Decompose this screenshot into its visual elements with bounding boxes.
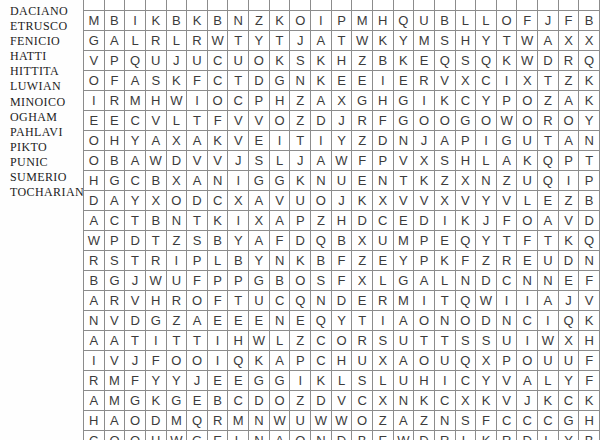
grid-cell[interactable]: K [394,51,415,71]
grid-cell[interactable]: V [208,151,229,171]
grid-cell[interactable]: K [311,51,332,71]
grid-cell[interactable]: K [146,391,167,411]
grid-cell[interactable]: D [332,291,353,311]
grid-cell[interactable]: E [332,71,353,91]
grid-cell[interactable]: B [208,11,229,31]
grid-cell[interactable]: Y [146,371,167,391]
grid-cell[interactable]: Q [559,311,580,331]
grid-cell[interactable]: S [311,271,332,291]
grid-cell[interactable]: O [435,111,456,131]
grid-cell[interactable]: P [559,151,580,171]
grid-cell[interactable]: V [270,191,291,211]
grid-cell[interactable]: E [414,51,435,71]
grid-cell[interactable]: A [105,411,126,431]
grid-cell[interactable]: B [579,431,600,440]
grid-cell[interactable]: E [208,431,229,440]
grid-cell[interactable]: E [249,131,270,151]
grid-cell[interactable]: D [84,191,105,211]
grid-cell[interactable]: K [249,351,270,371]
grid-cell[interactable]: R [414,71,435,91]
grid-cell[interactable]: J [332,111,353,131]
grid-cell[interactable]: O [311,191,332,211]
grid-cell[interactable]: D [249,391,270,411]
grid-cell[interactable]: H [332,351,353,371]
grid-cell[interactable]: Z [311,211,332,231]
grid-cell[interactable]: S [187,231,208,251]
grid-cell[interactable]: O [517,211,538,231]
grid-cell[interactable]: A [187,311,208,331]
grid-cell[interactable]: O [208,91,229,111]
grid-cell[interactable]: Y [476,231,497,251]
grid-cell[interactable]: I [538,311,559,331]
grid-cell[interactable]: O [414,111,435,131]
grid-cell[interactable]: E [228,311,249,331]
grid-cell[interactable]: T [538,131,559,151]
grid-cell[interactable]: P [228,271,249,291]
grid-cell[interactable]: N [290,71,311,91]
grid-cell[interactable]: C [497,271,518,291]
grid-cell[interactable]: M [352,11,373,31]
grid-cell[interactable]: V [559,211,580,231]
grid-cell[interactable]: F [517,11,538,31]
grid-cell[interactable]: G [249,271,270,291]
grid-cell[interactable]: Y [125,191,146,211]
grid-cell[interactable]: Z [559,191,580,211]
grid-cell[interactable]: V [84,51,105,71]
grid-cell[interactable]: N [435,311,456,331]
grid-cell[interactable]: D [476,311,497,331]
grid-cell[interactable]: S [476,331,497,351]
grid-cell[interactable]: J [167,51,188,71]
grid-cell[interactable]: K [579,311,600,331]
grid-cell[interactable]: L [435,271,456,291]
grid-cell[interactable]: K [208,211,229,231]
grid-cell[interactable]: S [456,51,477,71]
grid-cell[interactable]: P [290,211,311,231]
grid-cell[interactable]: K [476,391,497,411]
grid-cell[interactable]: I [311,11,332,31]
grid-cell[interactable]: O [84,131,105,151]
grid-cell[interactable]: N [435,411,456,431]
grid-cell[interactable]: U [290,411,311,431]
grid-cell[interactable]: A [84,331,105,351]
grid-cell[interactable]: F [352,151,373,171]
grid-cell[interactable]: K [497,51,518,71]
grid-cell[interactable]: V [394,151,415,171]
grid-cell[interactable]: P [497,351,518,371]
grid-cell[interactable]: A [125,151,146,171]
grid-cell[interactable]: M [105,391,126,411]
grid-cell[interactable]: Q [456,231,477,251]
grid-cell[interactable]: U [249,291,270,311]
grid-cell[interactable]: K [579,71,600,91]
grid-cell[interactable]: I [497,71,518,91]
grid-cell[interactable]: Q [228,351,249,371]
grid-cell[interactable]: A [497,151,518,171]
grid-cell[interactable]: F [146,351,167,371]
grid-cell[interactable]: U [517,171,538,191]
grid-cell[interactable]: T [187,211,208,231]
grid-cell[interactable]: N [456,271,477,291]
grid-cell[interactable]: J [187,371,208,391]
grid-cell[interactable]: Q [105,431,126,440]
grid-cell[interactable]: V [497,391,518,411]
grid-cell[interactable]: C [84,431,105,440]
grid-cell[interactable]: B [435,11,456,31]
grid-cell[interactable]: E [394,71,415,91]
grid-cell[interactable]: K [208,131,229,151]
grid-cell[interactable]: A [414,271,435,291]
grid-cell[interactable]: J [125,351,146,371]
grid-cell[interactable]: V [187,151,208,171]
grid-cell[interactable]: L [373,271,394,291]
grid-cell[interactable]: G [249,371,270,391]
grid-cell[interactable]: V [249,111,270,131]
grid-cell[interactable]: H [579,411,600,431]
grid-cell[interactable]: O [270,111,291,131]
grid-cell[interactable]: P [414,251,435,271]
grid-cell[interactable]: U [538,251,559,271]
grid-cell[interactable]: U [146,51,167,71]
grid-cell[interactable]: E [394,211,415,231]
grid-cell[interactable]: F [373,111,394,131]
grid-cell[interactable]: K [476,431,497,440]
grid-cell[interactable] [579,0,600,11]
grid-cell[interactable]: G [167,391,188,411]
grid-cell[interactable]: Z [290,91,311,111]
grid-cell[interactable]: N [270,311,291,331]
grid-cell[interactable]: U [332,171,353,191]
grid-cell[interactable]: T [125,251,146,271]
grid-cell[interactable]: K [435,251,456,271]
grid-cell[interactable]: Z [290,111,311,131]
grid-cell[interactable]: V [228,131,249,151]
grid-cell[interactable]: O [167,191,188,211]
grid-cell[interactable]: I [228,171,249,191]
grid-cell[interactable]: N [538,271,559,291]
grid-cell[interactable]: U [167,271,188,291]
grid-cell[interactable]: K [456,211,477,231]
grid-cell[interactable]: N [167,211,188,231]
grid-cell[interactable]: M [394,291,415,311]
grid-cell[interactable]: Y [394,251,415,271]
grid-cell[interactable]: T [146,231,167,251]
grid-cell[interactable]: I [373,311,394,331]
grid-cell[interactable]: C [435,391,456,411]
grid-cell[interactable]: L [167,31,188,51]
grid-cell[interactable]: Y [476,31,497,51]
grid-cell[interactable]: O [414,351,435,371]
grid-cell[interactable]: D [476,271,497,291]
grid-cell[interactable]: I [270,131,291,151]
grid-cell[interactable]: P [208,271,229,291]
grid-cell[interactable]: G [105,271,126,291]
grid-cell[interactable]: I [167,251,188,271]
grid-cell[interactable]: F [456,251,477,271]
grid-cell[interactable]: L [456,11,477,31]
grid-cell[interactable]: I [208,351,229,371]
grid-cell[interactable]: I [228,211,249,231]
grid-cell[interactable]: Z [167,311,188,331]
grid-cell[interactable]: N [517,271,538,291]
grid-cell[interactable]: T [538,231,559,251]
grid-cell[interactable]: O [290,271,311,291]
grid-cell[interactable]: H [373,11,394,31]
grid-cell[interactable] [105,0,126,11]
grid-cell[interactable]: Q [290,291,311,311]
grid-cell[interactable]: G [249,171,270,191]
grid-cell[interactable]: C [456,91,477,111]
grid-cell[interactable]: A [394,351,415,371]
grid-cell[interactable]: Q [579,231,600,251]
grid-cell[interactable]: D [249,71,270,91]
grid-cell[interactable]: S [373,331,394,351]
grid-cell[interactable]: P [456,131,477,151]
grid-cell[interactable]: Y [332,311,353,331]
grid-cell[interactable]: X [456,71,477,91]
grid-cell[interactable]: W [167,91,188,111]
grid-cell[interactable]: Y [332,131,353,151]
grid-cell[interactable]: S [456,411,477,431]
grid-cell[interactable] [373,0,394,11]
grid-cell[interactable]: E [373,251,394,271]
grid-cell[interactable]: F [208,111,229,131]
grid-cell[interactable] [290,0,311,11]
grid-cell[interactable]: E [352,71,373,91]
grid-cell[interactable]: C [373,211,394,231]
grid-cell[interactable]: W [84,231,105,251]
grid-cell[interactable]: W [270,411,291,431]
grid-cell[interactable]: D [517,431,538,440]
grid-cell[interactable]: S [105,251,126,271]
grid-cell[interactable]: I [476,131,497,151]
grid-cell[interactable]: D [187,191,208,211]
grid-cell[interactable]: K [414,391,435,411]
grid-cell[interactable] [414,0,435,11]
grid-cell[interactable]: A [538,31,559,51]
grid-cell[interactable]: K [352,191,373,211]
grid-cell[interactable]: I [517,291,538,311]
grid-cell[interactable]: O [352,411,373,431]
grid-cell[interactable]: O [517,351,538,371]
grid-cell[interactable]: B [579,191,600,211]
grid-cell[interactable]: W [517,51,538,71]
grid-cell[interactable]: K [517,151,538,171]
grid-cell[interactable]: C [476,71,497,91]
grid-cell[interactable]: A [435,131,456,151]
grid-cell[interactable]: B [332,231,353,251]
grid-cell[interactable]: Z [414,411,435,431]
grid-cell[interactable]: B [146,211,167,231]
grid-cell[interactable]: O [517,111,538,131]
grid-cell[interactable]: U [290,191,311,211]
grid-cell[interactable]: M [394,231,415,251]
grid-cell[interactable]: I [414,291,435,311]
grid-cell[interactable]: H [84,411,105,431]
grid-cell[interactable]: Q [187,411,208,431]
grid-cell[interactable]: S [290,51,311,71]
grid-cell[interactable] [208,0,229,11]
grid-cell[interactable] [517,0,538,11]
grid-cell[interactable]: Z [352,51,373,71]
grid-cell[interactable]: Z [373,411,394,431]
grid-cell[interactable]: K [373,31,394,51]
grid-cell[interactable]: F [497,211,518,231]
grid-cell[interactable]: F [105,71,126,91]
grid-cell[interactable]: U [538,351,559,371]
grid-cell[interactable]: N [228,11,249,31]
grid-cell[interactable]: O [187,351,208,371]
grid-cell[interactable]: D [125,231,146,251]
grid-cell[interactable]: X [517,71,538,91]
grid-cell[interactable]: S [146,71,167,91]
grid-cell[interactable]: E [538,191,559,211]
grid-cell[interactable]: T [538,71,559,91]
grid-cell[interactable]: V [414,191,435,211]
grid-cell[interactable]: H [270,91,291,111]
grid-cell[interactable]: F [332,271,353,291]
grid-cell[interactable]: H [332,211,353,231]
grid-cell[interactable]: V [332,391,353,411]
grid-cell[interactable]: O [559,111,580,131]
grid-cell[interactable]: S [435,151,456,171]
grid-cell[interactable]: C [497,411,518,431]
grid-cell[interactable]: X [167,171,188,191]
grid-cell[interactable]: N [394,131,415,151]
grid-cell[interactable]: H [228,331,249,351]
grid-cell[interactable]: J [517,391,538,411]
grid-cell[interactable]: A [270,431,291,440]
grid-cell[interactable]: S [456,331,477,351]
grid-cell[interactable]: A [311,151,332,171]
grid-cell[interactable]: G [270,371,291,391]
grid-cell[interactable]: W [332,411,353,431]
grid-cell[interactable] [538,0,559,11]
grid-cell[interactable]: D [311,391,332,411]
grid-cell[interactable]: A [394,311,415,331]
grid-cell[interactable]: P [373,151,394,171]
grid-cell[interactable]: K [187,11,208,31]
grid-cell[interactable]: Y [579,111,600,131]
grid-cell[interactable]: F [187,271,208,291]
grid-cell[interactable]: A [187,131,208,151]
grid-cell[interactable]: L [538,431,559,440]
grid-cell[interactable]: W [476,291,497,311]
grid-cell[interactable]: F [187,71,208,91]
grid-cell[interactable]: L [476,11,497,31]
grid-cell[interactable]: A [105,191,126,211]
grid-cell[interactable]: H [146,431,167,440]
grid-cell[interactable]: H [456,151,477,171]
grid-cell[interactable]: O [517,91,538,111]
grid-cell[interactable]: D [373,131,394,151]
grid-cell[interactable]: R [352,331,373,351]
grid-cell[interactable]: I [497,291,518,311]
grid-cell[interactable]: B [146,171,167,191]
grid-cell[interactable]: Y [125,131,146,151]
grid-cell[interactable]: C [228,91,249,111]
grid-cell[interactable]: P [290,351,311,371]
grid-cell[interactable]: S [435,31,456,51]
grid-cell[interactable]: T [125,211,146,231]
grid-cell[interactable]: Z [538,91,559,111]
grid-cell[interactable]: E [373,431,394,440]
grid-cell[interactable]: J [228,151,249,171]
grid-cell[interactable]: J [414,131,435,151]
grid-cell[interactable]: F [476,411,497,431]
grid-cell[interactable]: T [187,111,208,131]
grid-cell[interactable]: R [435,431,456,440]
grid-cell[interactable]: C [517,411,538,431]
grid-cell[interactable]: Y [559,431,580,440]
grid-cell[interactable]: I [517,331,538,351]
grid-cell[interactable]: C [105,211,126,231]
grid-cell[interactable]: E [249,311,270,331]
grid-cell[interactable]: A [394,411,415,431]
grid-cell[interactable] [559,0,580,11]
grid-cell[interactable]: A [311,31,332,51]
grid-cell[interactable]: C [538,411,559,431]
grid-cell[interactable]: L [208,251,229,271]
grid-cell[interactable]: R [187,31,208,51]
grid-cell[interactable]: W [394,431,415,440]
grid-cell[interactable]: O [249,51,270,71]
grid-cell[interactable]: K [270,11,291,31]
grid-cell[interactable]: Y [476,371,497,391]
grid-cell[interactable]: D [352,211,373,231]
grid-cell[interactable]: C [352,391,373,411]
grid-cell[interactable]: B [84,271,105,291]
grid-cell[interactable] [352,0,373,11]
grid-cell[interactable]: E [208,371,229,391]
grid-cell[interactable]: Y [476,191,497,211]
grid-cell[interactable]: C [208,71,229,91]
grid-cell[interactable]: C [311,351,332,371]
grid-cell[interactable]: N [394,391,415,411]
grid-cell[interactable]: I [435,371,456,391]
grid-cell[interactable]: H [456,31,477,51]
grid-cell[interactable]: B [311,251,332,271]
grid-cell[interactable]: L [538,371,559,391]
grid-cell[interactable] [435,0,456,11]
grid-cell[interactable]: D [332,431,353,440]
grid-cell[interactable]: R [373,291,394,311]
grid-cell[interactable]: J [332,191,353,211]
grid-cell[interactable]: U [352,351,373,371]
grid-cell[interactable]: A [517,371,538,391]
grid-cell[interactable]: L [228,431,249,440]
grid-cell[interactable]: N [270,251,291,271]
grid-cell[interactable]: J [125,271,146,291]
grid-cell[interactable]: O [414,311,435,331]
grid-cell[interactable]: V [497,371,518,391]
grid-cell[interactable]: Y [559,371,580,391]
grid-cell[interactable]: U [435,351,456,371]
grid-cell[interactable]: Z [290,331,311,351]
grid-cell[interactable]: B [167,11,188,31]
grid-cell[interactable]: X [332,91,353,111]
grid-cell[interactable]: H [332,51,353,71]
grid-cell[interactable]: Y [249,31,270,51]
grid-cell[interactable]: A [559,131,580,151]
grid-cell[interactable]: A [187,171,208,191]
grid-cell[interactable] [311,0,332,11]
grid-cell[interactable]: K [311,371,332,391]
grid-cell[interactable]: E [290,311,311,331]
grid-cell[interactable]: O [497,11,518,31]
grid-cell[interactable]: C [270,291,291,311]
grid-cell[interactable]: B [105,151,126,171]
